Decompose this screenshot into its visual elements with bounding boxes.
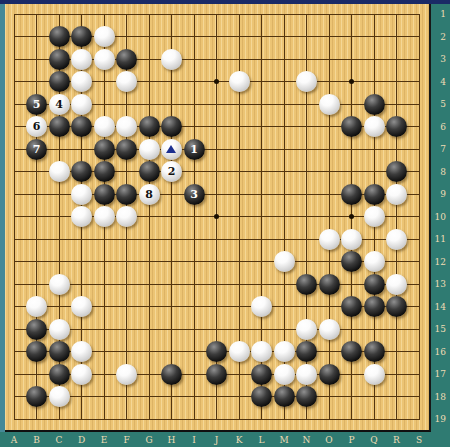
black-stone xyxy=(296,386,317,407)
column-label: F xyxy=(121,435,133,445)
white-stone xyxy=(116,206,137,227)
row-label: 4 xyxy=(432,77,446,87)
white-stone: 6 xyxy=(26,116,47,137)
white-stone xyxy=(319,94,340,115)
black-stone xyxy=(49,364,70,385)
white-stone xyxy=(71,296,92,317)
column-coordinates: ABCDEFGHIJKLMNOPQRS xyxy=(0,432,450,447)
black-stone xyxy=(49,49,70,70)
white-stone xyxy=(116,364,137,385)
white-stone xyxy=(161,49,182,70)
row-label: 12 xyxy=(432,257,446,267)
black-stone xyxy=(341,341,362,362)
white-stone xyxy=(364,116,385,137)
white-stone xyxy=(139,139,160,160)
move-number-label: 8 xyxy=(145,189,153,200)
black-stone xyxy=(296,274,317,295)
black-stone xyxy=(116,49,137,70)
black-stone xyxy=(364,274,385,295)
row-label: 17 xyxy=(432,369,446,379)
black-stone xyxy=(49,341,70,362)
white-stone xyxy=(49,161,70,182)
black-stone xyxy=(49,26,70,47)
column-label: L xyxy=(256,435,268,445)
white-stone xyxy=(319,319,340,340)
column-label: H xyxy=(166,435,178,445)
black-stone xyxy=(341,251,362,272)
white-stone xyxy=(319,229,340,250)
row-label: 3 xyxy=(432,54,446,64)
black-stone xyxy=(49,71,70,92)
white-stone: 4 xyxy=(49,94,70,115)
row-label: 19 xyxy=(432,414,446,424)
row-label: 9 xyxy=(432,189,446,199)
row-label: 11 xyxy=(432,234,446,244)
black-stone xyxy=(364,341,385,362)
white-stone xyxy=(71,184,92,205)
white-stone xyxy=(296,364,317,385)
black-stone xyxy=(206,341,227,362)
move-number-label: 3 xyxy=(190,189,198,200)
black-stone xyxy=(251,364,272,385)
black-stone: 3 xyxy=(184,184,205,205)
grid-line-vertical xyxy=(171,14,172,420)
move-number-label: 2 xyxy=(168,166,176,177)
white-stone: 8 xyxy=(139,184,160,205)
white-stone xyxy=(386,274,407,295)
column-label: O xyxy=(323,435,335,445)
grid-line-vertical xyxy=(149,14,150,420)
row-label: 5 xyxy=(432,99,446,109)
white-stone xyxy=(94,116,115,137)
column-label: N xyxy=(301,435,313,445)
white-stone xyxy=(94,26,115,47)
move-number-label: 4 xyxy=(55,99,63,110)
row-label: 13 xyxy=(432,279,446,289)
black-stone xyxy=(116,184,137,205)
row-label: 14 xyxy=(432,302,446,312)
column-label: A xyxy=(8,435,20,445)
white-stone xyxy=(49,386,70,407)
column-label: I xyxy=(188,435,200,445)
row-label: 16 xyxy=(432,347,446,357)
white-stone xyxy=(229,71,250,92)
white-stone xyxy=(364,251,385,272)
white-stone xyxy=(71,364,92,385)
black-stone: 7 xyxy=(26,139,47,160)
grid-line-horizontal xyxy=(14,284,420,285)
white-stone xyxy=(49,319,70,340)
white-stone xyxy=(94,49,115,70)
black-stone xyxy=(319,274,340,295)
black-stone xyxy=(161,364,182,385)
black-stone xyxy=(71,26,92,47)
white-stone xyxy=(364,364,385,385)
column-label: B xyxy=(31,435,43,445)
black-stone xyxy=(341,116,362,137)
column-label: K xyxy=(233,435,245,445)
black-stone xyxy=(341,184,362,205)
column-label: R xyxy=(391,435,403,445)
black-stone xyxy=(341,296,362,317)
white-stone xyxy=(26,296,47,317)
white-stone xyxy=(49,274,70,295)
white-stone xyxy=(274,251,295,272)
black-stone xyxy=(139,116,160,137)
move-number-label: 6 xyxy=(33,121,41,132)
black-stone xyxy=(139,161,160,182)
row-label: 1 xyxy=(432,9,446,19)
white-stone xyxy=(296,319,317,340)
star-point xyxy=(349,79,354,84)
black-stone xyxy=(49,116,70,137)
star-point xyxy=(214,79,219,84)
grid-line-vertical xyxy=(194,14,195,420)
grid-line-horizontal xyxy=(14,329,420,330)
black-stone xyxy=(251,386,272,407)
black-stone xyxy=(94,139,115,160)
column-label: M xyxy=(278,435,290,445)
star-point xyxy=(349,214,354,219)
black-stone xyxy=(386,116,407,137)
black-stone xyxy=(71,116,92,137)
white-stone xyxy=(251,341,272,362)
white-stone xyxy=(341,229,362,250)
move-number-label: 1 xyxy=(190,144,198,155)
white-stone xyxy=(116,116,137,137)
white-stone xyxy=(386,184,407,205)
white-stone xyxy=(71,206,92,227)
black-stone xyxy=(94,161,115,182)
white-stone xyxy=(229,341,250,362)
black-stone xyxy=(364,296,385,317)
column-label: P xyxy=(346,435,358,445)
grid-line-horizontal xyxy=(14,14,420,15)
white-stone xyxy=(274,341,295,362)
go-board[interactable]: 54671283 xyxy=(5,4,431,432)
move-number-label: 5 xyxy=(33,99,41,110)
column-label: C xyxy=(53,435,65,445)
white-stone xyxy=(94,206,115,227)
move-number-label: 7 xyxy=(33,144,41,155)
white-stone xyxy=(116,71,137,92)
white-stone xyxy=(251,296,272,317)
column-label: S xyxy=(413,435,425,445)
grid-line-horizontal xyxy=(14,149,420,150)
white-stone xyxy=(71,94,92,115)
black-stone xyxy=(161,116,182,137)
black-stone xyxy=(274,386,295,407)
white-stone: 2 xyxy=(161,161,182,182)
column-label: E xyxy=(98,435,110,445)
grid-line-horizontal xyxy=(14,419,420,420)
row-label: 2 xyxy=(432,32,446,42)
black-stone xyxy=(386,161,407,182)
row-coordinates: 12345678910111213141516171819 xyxy=(431,4,450,432)
black-stone xyxy=(71,161,92,182)
white-stone xyxy=(386,229,407,250)
white-stone xyxy=(71,341,92,362)
black-stone xyxy=(319,364,340,385)
row-label: 6 xyxy=(432,122,446,132)
grid-line-vertical xyxy=(419,14,420,420)
black-stone xyxy=(26,341,47,362)
grid-line-vertical xyxy=(14,14,15,420)
black-stone xyxy=(386,296,407,317)
white-stone xyxy=(364,206,385,227)
row-label: 7 xyxy=(432,144,446,154)
black-stone xyxy=(26,319,47,340)
black-stone xyxy=(364,184,385,205)
black-stone xyxy=(116,139,137,160)
column-label: D xyxy=(76,435,88,445)
black-stone: 1 xyxy=(184,139,205,160)
white-stone xyxy=(71,49,92,70)
black-stone xyxy=(296,341,317,362)
column-label: G xyxy=(143,435,155,445)
white-stone xyxy=(274,364,295,385)
row-label: 8 xyxy=(432,167,446,177)
grid-line-vertical xyxy=(329,14,330,420)
row-label: 10 xyxy=(432,212,446,222)
white-stone xyxy=(71,71,92,92)
black-stone xyxy=(94,184,115,205)
black-stone xyxy=(364,94,385,115)
go-app-window: 54671283 12345678910111213141516171819 A… xyxy=(0,0,450,447)
column-label: Q xyxy=(368,435,380,445)
black-stone: 5 xyxy=(26,94,47,115)
grid-line-vertical xyxy=(396,14,397,420)
white-stone xyxy=(296,71,317,92)
row-label: 15 xyxy=(432,324,446,334)
black-stone xyxy=(26,386,47,407)
column-label: J xyxy=(211,435,223,445)
black-stone xyxy=(206,364,227,385)
grid-line-horizontal xyxy=(14,396,420,397)
triangle-marker xyxy=(166,145,176,153)
row-label: 18 xyxy=(432,392,446,402)
star-point xyxy=(214,214,219,219)
